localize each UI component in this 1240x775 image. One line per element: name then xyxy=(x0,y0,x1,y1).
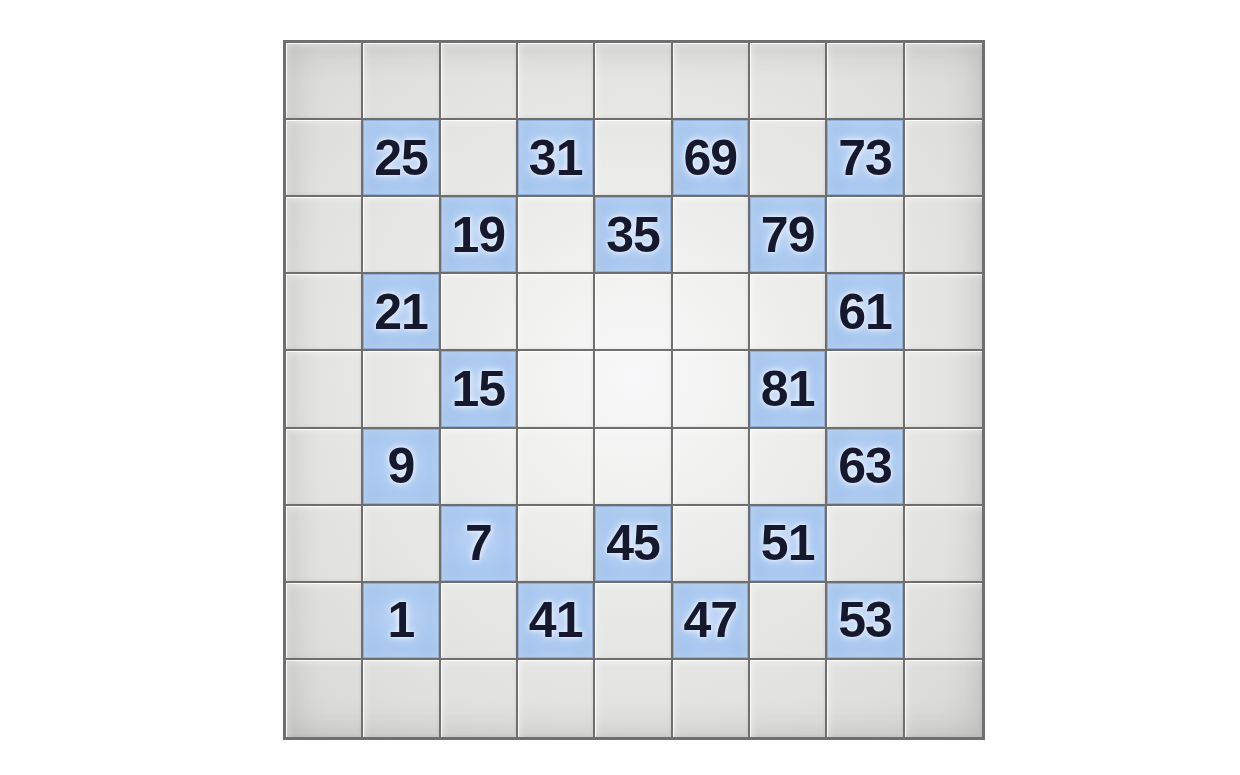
empty-cell-r6c1[interactable] xyxy=(286,429,363,506)
empty-cell-r1c8[interactable] xyxy=(827,43,904,120)
empty-cell-r7c2[interactable] xyxy=(363,506,440,583)
empty-cell-r1c2[interactable] xyxy=(363,43,440,120)
empty-cell-r9c1[interactable] xyxy=(286,660,363,737)
empty-cell-r7c8[interactable] xyxy=(827,506,904,583)
empty-cell-r1c1[interactable] xyxy=(286,43,363,120)
empty-cell-r9c3[interactable] xyxy=(441,660,518,737)
empty-cell-r6c7[interactable] xyxy=(750,429,827,506)
empty-cell-r5c4[interactable] xyxy=(518,351,595,428)
clue-cell-r2c6: 69 xyxy=(673,120,750,197)
clue-cell-r2c4: 31 xyxy=(518,120,595,197)
empty-cell-r9c7[interactable] xyxy=(750,660,827,737)
empty-cell-r8c9[interactable] xyxy=(905,583,982,660)
hidato-board: 2531697319357921611581963745511414753 xyxy=(283,40,985,740)
page: 2531697319357921611581963745511414753 xyxy=(0,0,1240,775)
empty-cell-r2c9[interactable] xyxy=(905,120,982,197)
empty-cell-r4c7[interactable] xyxy=(750,274,827,351)
clue-cell-r6c8: 63 xyxy=(827,429,904,506)
empty-cell-r8c5[interactable] xyxy=(595,583,672,660)
clue-cell-r6c2: 9 xyxy=(363,429,440,506)
empty-cell-r3c8[interactable] xyxy=(827,197,904,274)
empty-cell-r6c9[interactable] xyxy=(905,429,982,506)
empty-cell-r2c7[interactable] xyxy=(750,120,827,197)
empty-cell-r7c4[interactable] xyxy=(518,506,595,583)
empty-cell-r5c8[interactable] xyxy=(827,351,904,428)
clue-cell-r3c3: 19 xyxy=(441,197,518,274)
empty-cell-r6c5[interactable] xyxy=(595,429,672,506)
empty-cell-r3c9[interactable] xyxy=(905,197,982,274)
clue-cell-r8c2: 1 xyxy=(363,583,440,660)
clue-cell-r4c8: 61 xyxy=(827,274,904,351)
clue-cell-r5c3: 15 xyxy=(441,351,518,428)
clue-cell-r8c4: 41 xyxy=(518,583,595,660)
empty-cell-r4c6[interactable] xyxy=(673,274,750,351)
empty-cell-r2c5[interactable] xyxy=(595,120,672,197)
empty-cell-r6c4[interactable] xyxy=(518,429,595,506)
empty-cell-r4c5[interactable] xyxy=(595,274,672,351)
empty-cell-r5c6[interactable] xyxy=(673,351,750,428)
empty-cell-r6c3[interactable] xyxy=(441,429,518,506)
empty-cell-r2c1[interactable] xyxy=(286,120,363,197)
empty-cell-r3c1[interactable] xyxy=(286,197,363,274)
clue-cell-r7c7: 51 xyxy=(750,506,827,583)
empty-cell-r3c2[interactable] xyxy=(363,197,440,274)
clue-cell-r7c3: 7 xyxy=(441,506,518,583)
empty-cell-r9c9[interactable] xyxy=(905,660,982,737)
empty-cell-r9c6[interactable] xyxy=(673,660,750,737)
clue-cell-r8c6: 47 xyxy=(673,583,750,660)
empty-cell-r9c4[interactable] xyxy=(518,660,595,737)
empty-cell-r1c7[interactable] xyxy=(750,43,827,120)
clue-cell-r7c5: 45 xyxy=(595,506,672,583)
empty-cell-r1c9[interactable] xyxy=(905,43,982,120)
empty-cell-r6c6[interactable] xyxy=(673,429,750,506)
empty-cell-r3c4[interactable] xyxy=(518,197,595,274)
empty-cell-r8c1[interactable] xyxy=(286,583,363,660)
empty-cell-r5c2[interactable] xyxy=(363,351,440,428)
empty-cell-r2c3[interactable] xyxy=(441,120,518,197)
empty-cell-r1c6[interactable] xyxy=(673,43,750,120)
empty-cell-r7c9[interactable] xyxy=(905,506,982,583)
empty-cell-r3c6[interactable] xyxy=(673,197,750,274)
empty-cell-r1c3[interactable] xyxy=(441,43,518,120)
empty-cell-r1c5[interactable] xyxy=(595,43,672,120)
clue-cell-r2c8: 73 xyxy=(827,120,904,197)
empty-cell-r7c6[interactable] xyxy=(673,506,750,583)
empty-cell-r4c1[interactable] xyxy=(286,274,363,351)
clue-cell-r3c5: 35 xyxy=(595,197,672,274)
empty-cell-r8c3[interactable] xyxy=(441,583,518,660)
empty-cell-r5c1[interactable] xyxy=(286,351,363,428)
empty-cell-r9c2[interactable] xyxy=(363,660,440,737)
empty-cell-r4c3[interactable] xyxy=(441,274,518,351)
empty-cell-r5c9[interactable] xyxy=(905,351,982,428)
clue-cell-r2c2: 25 xyxy=(363,120,440,197)
clue-cell-r5c7: 81 xyxy=(750,351,827,428)
empty-cell-r5c5[interactable] xyxy=(595,351,672,428)
empty-cell-r4c4[interactable] xyxy=(518,274,595,351)
empty-cell-r9c5[interactable] xyxy=(595,660,672,737)
clue-cell-r8c8: 53 xyxy=(827,583,904,660)
empty-cell-r4c9[interactable] xyxy=(905,274,982,351)
empty-cell-r8c7[interactable] xyxy=(750,583,827,660)
empty-cell-r9c8[interactable] xyxy=(827,660,904,737)
empty-cell-r1c4[interactable] xyxy=(518,43,595,120)
empty-cell-r7c1[interactable] xyxy=(286,506,363,583)
clue-cell-r4c2: 21 xyxy=(363,274,440,351)
clue-cell-r3c7: 79 xyxy=(750,197,827,274)
